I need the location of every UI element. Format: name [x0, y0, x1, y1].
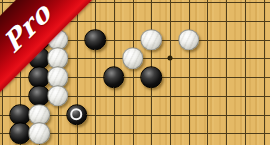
black-stone[interactable] [141, 66, 163, 88]
last-move-marker-icon [71, 109, 83, 121]
black-stone[interactable] [103, 66, 125, 88]
white-stone[interactable] [28, 122, 50, 144]
white-stone[interactable] [122, 48, 144, 70]
white-stone[interactable] [47, 85, 69, 107]
white-stone[interactable] [141, 29, 163, 51]
star-point [168, 56, 173, 61]
white-stone[interactable] [178, 29, 200, 51]
go-app-screenshot: Pro [0, 0, 270, 145]
black-stone[interactable] [84, 29, 106, 51]
marked-black-stone[interactable] [66, 104, 88, 126]
